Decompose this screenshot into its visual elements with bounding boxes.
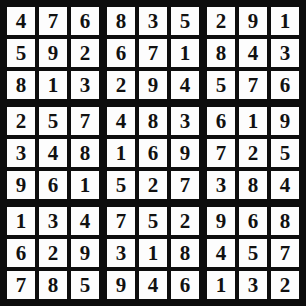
- cell-r4c8[interactable]: 1: [239, 107, 267, 135]
- cell-r3c3[interactable]: 3: [71, 71, 99, 99]
- cell-r1c6[interactable]: 5: [171, 7, 199, 35]
- cell-r6c4[interactable]: 5: [107, 171, 135, 199]
- cell-r2c5[interactable]: 7: [139, 39, 167, 67]
- cell-r8c5[interactable]: 1: [139, 239, 167, 267]
- cell-r2c6[interactable]: 1: [171, 39, 199, 67]
- cell-r7c4[interactable]: 7: [107, 207, 135, 235]
- cell-r5c6[interactable]: 9: [171, 139, 199, 167]
- cell-r7c7[interactable]: 9: [207, 207, 235, 235]
- cell-r4c2[interactable]: 5: [39, 107, 67, 135]
- cell-r2c2[interactable]: 9: [39, 39, 67, 67]
- box-r3c2: 752318946: [107, 207, 199, 299]
- box-r3c3: 968457132: [207, 207, 299, 299]
- cell-r9c4[interactable]: 9: [107, 271, 135, 299]
- cell-r1c2[interactable]: 7: [39, 7, 67, 35]
- cell-r7c8[interactable]: 6: [239, 207, 267, 235]
- cell-r8c1[interactable]: 6: [7, 239, 35, 267]
- cell-r6c2[interactable]: 6: [39, 171, 67, 199]
- cell-r3c2[interactable]: 1: [39, 71, 67, 99]
- cell-r6c3[interactable]: 1: [71, 171, 99, 199]
- cell-r6c1[interactable]: 9: [7, 171, 35, 199]
- cell-r9c2[interactable]: 8: [39, 271, 67, 299]
- cell-r4c9[interactable]: 9: [271, 107, 299, 135]
- cell-r8c4[interactable]: 3: [107, 239, 135, 267]
- cell-r3c6[interactable]: 4: [171, 71, 199, 99]
- cell-r5c1[interactable]: 3: [7, 139, 35, 167]
- cell-r3c7[interactable]: 5: [207, 71, 235, 99]
- cell-r2c3[interactable]: 2: [71, 39, 99, 67]
- cell-r5c8[interactable]: 2: [239, 139, 267, 167]
- cell-r7c2[interactable]: 3: [39, 207, 67, 235]
- box-r2c2: 483169527: [107, 107, 199, 199]
- box-r1c1: 476592813: [7, 7, 99, 99]
- cell-r5c3[interactable]: 8: [71, 139, 99, 167]
- cell-r4c6[interactable]: 3: [171, 107, 199, 135]
- cell-r1c4[interactable]: 8: [107, 7, 135, 35]
- cell-r3c8[interactable]: 7: [239, 71, 267, 99]
- cell-r5c9[interactable]: 5: [271, 139, 299, 167]
- cell-r3c9[interactable]: 6: [271, 71, 299, 99]
- cell-r9c9[interactable]: 2: [271, 271, 299, 299]
- cell-r8c3[interactable]: 9: [71, 239, 99, 267]
- cell-r1c7[interactable]: 2: [207, 7, 235, 35]
- cell-r1c8[interactable]: 9: [239, 7, 267, 35]
- cell-r2c7[interactable]: 8: [207, 39, 235, 67]
- cell-r3c1[interactable]: 8: [7, 71, 35, 99]
- cell-r6c6[interactable]: 7: [171, 171, 199, 199]
- cell-r7c5[interactable]: 5: [139, 207, 167, 235]
- cell-r8c7[interactable]: 4: [207, 239, 235, 267]
- cell-r5c4[interactable]: 1: [107, 139, 135, 167]
- cell-r2c1[interactable]: 5: [7, 39, 35, 67]
- cell-r4c4[interactable]: 4: [107, 107, 135, 135]
- cell-r7c6[interactable]: 2: [171, 207, 199, 235]
- box-r1c2: 835671294: [107, 7, 199, 99]
- cell-r7c9[interactable]: 8: [271, 207, 299, 235]
- sudoku-board: 4765928138356712942918435762573489614831…: [0, 0, 306, 306]
- cell-r9c1[interactable]: 7: [7, 271, 35, 299]
- cell-r8c9[interactable]: 7: [271, 239, 299, 267]
- cell-r1c9[interactable]: 1: [271, 7, 299, 35]
- cell-r6c9[interactable]: 4: [271, 171, 299, 199]
- cell-r6c5[interactable]: 2: [139, 171, 167, 199]
- cell-r3c4[interactable]: 2: [107, 71, 135, 99]
- cell-r2c8[interactable]: 4: [239, 39, 267, 67]
- cell-r9c3[interactable]: 5: [71, 271, 99, 299]
- cell-r4c1[interactable]: 2: [7, 107, 35, 135]
- cell-r6c8[interactable]: 8: [239, 171, 267, 199]
- box-r3c1: 134629785: [7, 207, 99, 299]
- cell-r4c3[interactable]: 7: [71, 107, 99, 135]
- cell-r1c5[interactable]: 3: [139, 7, 167, 35]
- box-r2c3: 619725384: [207, 107, 299, 199]
- cell-r9c6[interactable]: 6: [171, 271, 199, 299]
- cell-r5c7[interactable]: 7: [207, 139, 235, 167]
- cell-r8c8[interactable]: 5: [239, 239, 267, 267]
- cell-r5c5[interactable]: 6: [139, 139, 167, 167]
- cell-r8c2[interactable]: 2: [39, 239, 67, 267]
- box-r1c3: 291843576: [207, 7, 299, 99]
- cell-r8c6[interactable]: 8: [171, 239, 199, 267]
- cell-r4c5[interactable]: 8: [139, 107, 167, 135]
- cell-r6c7[interactable]: 3: [207, 171, 235, 199]
- cell-r7c1[interactable]: 1: [7, 207, 35, 235]
- cell-r9c8[interactable]: 3: [239, 271, 267, 299]
- cell-r9c7[interactable]: 1: [207, 271, 235, 299]
- cell-r5c2[interactable]: 4: [39, 139, 67, 167]
- box-r2c1: 257348961: [7, 107, 99, 199]
- cell-r4c7[interactable]: 6: [207, 107, 235, 135]
- cell-r1c1[interactable]: 4: [7, 7, 35, 35]
- cell-r9c5[interactable]: 4: [139, 271, 167, 299]
- cell-r1c3[interactable]: 6: [71, 7, 99, 35]
- cell-r3c5[interactable]: 9: [139, 71, 167, 99]
- cell-r7c3[interactable]: 4: [71, 207, 99, 235]
- cell-r2c9[interactable]: 3: [271, 39, 299, 67]
- cell-r2c4[interactable]: 6: [107, 39, 135, 67]
